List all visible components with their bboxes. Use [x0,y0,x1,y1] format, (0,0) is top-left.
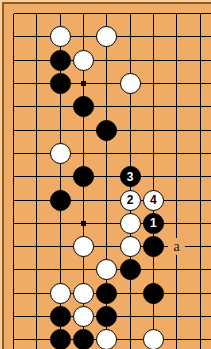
board-cell [2,282,25,305]
board-cell [72,118,95,141]
board-cell [25,235,48,258]
black-stone [50,73,71,94]
board-cell [118,258,141,281]
white-stone: 2 [120,190,141,211]
black-stone [73,166,94,187]
board-cell [118,212,141,235]
board-cell [188,2,211,25]
board-cell [165,188,188,211]
board-cell [25,305,48,328]
black-stone: 3 [120,166,141,187]
board-cell [118,142,141,165]
board-cell [165,49,188,72]
board-cell [95,142,118,165]
white-stone [73,283,94,304]
board-cell [165,2,188,25]
white-stone [143,329,164,349]
white-stone [96,259,117,280]
board-cell [95,258,118,281]
board-cell [118,25,141,48]
move-number: 3 [127,170,134,182]
board-cell [165,212,188,235]
board-cell [95,188,118,211]
board-cell [165,305,188,328]
board-cell [72,25,95,48]
board-cell [2,25,25,48]
black-stone [50,329,71,349]
board-cell [165,72,188,95]
white-stone [50,143,71,164]
board-cell [142,118,165,141]
board-cell [72,328,95,349]
board-cell [25,188,48,211]
black-stone [143,283,164,304]
board-cell [188,49,211,72]
board-cell [49,118,72,141]
board-cell [49,72,72,95]
black-stone [50,306,71,327]
black-stone [96,120,117,141]
board-cell [142,25,165,48]
go-diagram: 3241a [0,0,211,349]
board-cell [25,2,48,25]
board-cell [188,258,211,281]
white-stone [73,306,94,327]
board-cell [95,328,118,349]
board-cell: 1 [142,212,165,235]
board-cell [95,49,118,72]
black-stone [50,50,71,71]
move-number: 1 [150,217,157,229]
board-cell [25,165,48,188]
board-cell [142,305,165,328]
board-cell [49,49,72,72]
board-cell [2,258,25,281]
board-cell [118,2,141,25]
board-cell [188,118,211,141]
board-cell [188,72,211,95]
board-cell [95,212,118,235]
black-stone: 1 [143,213,164,234]
board-cell [25,282,48,305]
board-cell [72,212,95,235]
board-cell: a [165,235,188,258]
board-cell [72,235,95,258]
board-cell [25,49,48,72]
black-stone [73,96,94,117]
board-cell [25,72,48,95]
board-cell [188,165,211,188]
board-cell [95,25,118,48]
move-number: 4 [150,194,157,206]
board-cell [95,235,118,258]
board-cell [142,95,165,118]
board-cell [49,328,72,349]
white-stone [120,73,141,94]
board-cell: 4 [142,188,165,211]
board-cell [188,235,211,258]
board-cell [25,95,48,118]
board-cell [142,72,165,95]
board-cell [165,258,188,281]
board-cell [142,49,165,72]
go-board: 3241a [2,2,211,349]
board-cell [2,328,25,349]
board-cell [49,235,72,258]
board-cell [2,188,25,211]
board-cell [72,49,95,72]
board-cell [165,25,188,48]
board-cell [188,142,211,165]
board-cell [118,95,141,118]
board-cell [2,142,25,165]
white-stone [73,50,94,71]
white-stone [50,283,71,304]
board-cell [49,25,72,48]
board-cell [165,282,188,305]
white-stone [120,213,141,234]
black-stone [96,283,117,304]
board-cell [118,49,141,72]
board-cell [49,2,72,25]
board-cell [188,282,211,305]
board-cell: 3 [118,165,141,188]
board-cell [188,95,211,118]
board-cell [2,118,25,141]
board-cell [2,212,25,235]
board-cell [95,118,118,141]
board-cell [72,142,95,165]
board-cell [142,165,165,188]
board-cell [188,328,211,349]
board-cell [2,2,25,25]
board-cell [165,118,188,141]
board-cell [165,328,188,349]
white-stone [73,236,94,257]
board-cell [118,328,141,349]
board-cell [49,212,72,235]
board-cell [72,282,95,305]
board-cell [142,258,165,281]
board-cell [142,328,165,349]
white-stone [50,26,71,47]
board-cell [142,282,165,305]
board-cell [95,305,118,328]
board-cell [72,305,95,328]
move-number: 2 [127,194,134,206]
board-cell [49,282,72,305]
board-cell [2,72,25,95]
board-cell [118,72,141,95]
board-cell [49,95,72,118]
board-cell [118,305,141,328]
board-cell [95,165,118,188]
board-cell [49,165,72,188]
board-cell [25,212,48,235]
black-stone [73,329,94,349]
board-cell: 2 [118,188,141,211]
board-cell [49,188,72,211]
black-stone [50,190,71,211]
black-stone [120,259,141,280]
board-cell [188,25,211,48]
board-cell [95,282,118,305]
board-cell [142,142,165,165]
white-stone [120,236,141,257]
board-cell [72,2,95,25]
board-cell [2,235,25,258]
board-cell [49,305,72,328]
black-stone [96,306,117,327]
white-stone [96,329,117,349]
board-cell [95,95,118,118]
board-cell [118,282,141,305]
board-cell [2,95,25,118]
black-stone [143,236,164,257]
board-cell [165,95,188,118]
board-cell [118,235,141,258]
board-cell [25,328,48,349]
board-cell [72,95,95,118]
board-cell [25,258,48,281]
board-cell [2,165,25,188]
board-cell [72,188,95,211]
board-cell [49,258,72,281]
star-point [81,221,86,226]
board-cell [188,212,211,235]
board-cell [95,2,118,25]
board-cell [188,305,211,328]
board-cell [25,142,48,165]
board-cell [165,165,188,188]
board-cell [72,72,95,95]
star-point [81,81,86,86]
point-label-a: a [168,238,185,255]
board-cell [142,2,165,25]
board-cell [165,142,188,165]
board-cell [2,49,25,72]
board-cell [95,72,118,95]
white-stone: 4 [143,190,164,211]
board-cell [142,235,165,258]
board-cell [25,118,48,141]
board-cell [72,165,95,188]
board-cell [118,118,141,141]
board-cell [2,305,25,328]
board-cell [72,258,95,281]
board-cell [25,25,48,48]
white-stone [96,26,117,47]
board-cell [188,188,211,211]
board-cell [49,142,72,165]
